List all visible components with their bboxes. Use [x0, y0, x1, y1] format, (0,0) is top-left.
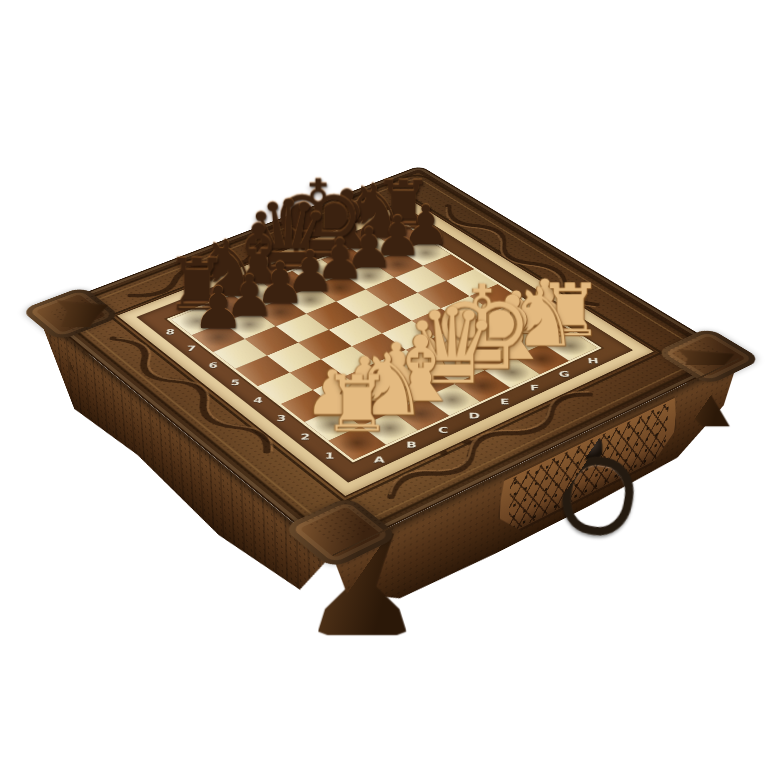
chess-box: 12345678 ABCDEFGH ♜♞♝♛♚♝♞♜♟♟♟♟♟♟♟♟♟♟♟♟♟♟…: [37, 165, 739, 554]
piece-black-pawn: ♟: [160, 279, 276, 337]
frame-corner-cap-west: [20, 286, 121, 341]
product-photo-stage: 12345678 ABCDEFGH ♜♞♝♛♚♝♞♜♟♟♟♟♟♟♟♟♟♟♟♟♟♟…: [0, 0, 775, 775]
piece-white-rook: ♜: [280, 365, 435, 443]
